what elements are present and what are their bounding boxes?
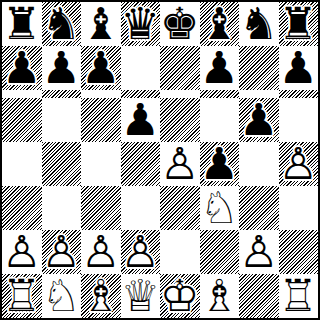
black-pawn: ♟♟ [81,46,121,90]
square-e3[interactable] [160,186,200,230]
black-pawn: ♟♟ [200,142,240,186]
white-rook-glyph: ♖ [2,274,41,318]
white-king: ♚♔ [160,274,200,318]
black-pawn-glyph: ♟ [42,46,81,90]
square-c6[interactable] [81,90,121,98]
square-f7[interactable]: ♟♟ [200,46,240,90]
square-a2[interactable]: ♟♙ [2,230,42,274]
white-bishop-glyph: ♗ [81,274,120,318]
white-pawn-glyph: ♙ [42,230,81,274]
white-rook: ♜♖ [2,274,42,318]
white-queen-glyph: ♕ [121,274,160,318]
white-pawn: ♟♙ [160,142,200,186]
black-bishop: ♝♝ [81,2,121,46]
square-f2[interactable] [200,230,240,274]
square-h4[interactable]: ♟♙ [279,142,319,186]
white-pawn: ♟♙ [279,142,319,186]
square-a5[interactable] [2,98,42,142]
black-pawn-glyph: ♟ [200,142,239,186]
white-bishop-glyph: ♗ [200,274,239,318]
square-h2[interactable] [279,230,319,274]
square-g1[interactable] [239,274,279,318]
white-knight: ♞♘ [200,186,240,230]
black-pawn-glyph: ♟ [239,98,278,142]
white-pawn: ♟♙ [239,230,279,274]
white-pawn: ♟♙ [121,230,161,274]
black-pawn: ♟♟ [200,46,240,90]
square-g2[interactable]: ♟♙ [239,230,279,274]
white-pawn: ♟♙ [42,230,82,274]
square-f8[interactable]: ♝♝ [200,2,240,46]
square-c3[interactable] [81,186,121,230]
square-e5[interactable] [160,98,200,142]
black-pawn-glyph: ♟ [81,46,120,90]
square-c5[interactable] [81,98,121,142]
black-bishop-glyph: ♝ [200,2,239,46]
white-knight-glyph: ♘ [42,274,81,318]
square-b8[interactable]: ♞♞ [42,2,82,46]
white-knight: ♞♘ [42,274,82,318]
square-d5[interactable]: ♟♟ [121,98,161,142]
square-c1[interactable]: ♝♗ [81,274,121,318]
square-d2[interactable]: ♟♙ [121,230,161,274]
square-d4[interactable] [121,142,161,186]
square-e6[interactable] [160,90,200,98]
square-f6[interactable] [200,90,240,98]
black-bishop: ♝♝ [200,2,240,46]
square-h5[interactable] [279,98,319,142]
white-pawn: ♟♙ [81,230,121,274]
square-c8[interactable]: ♝♝ [81,2,121,46]
square-g7[interactable] [239,46,279,90]
square-h1[interactable]: ♜♖ [279,274,319,318]
square-b5[interactable] [42,98,82,142]
black-pawn: ♟♟ [279,46,319,90]
chess-board: ♜♜♞♞♝♝♛♛♚♚♝♝♞♞♜♜♟♟♟♟♟♟♟♟♟♟♟♟♟♟♟♙♟♟♟♙♞♘♟♙… [0,0,320,320]
square-e7[interactable] [160,46,200,90]
square-d7[interactable] [121,46,161,90]
black-pawn-glyph: ♟ [2,46,41,90]
black-queen: ♛♛ [121,2,161,46]
black-pawn: ♟♟ [239,98,279,142]
black-rook: ♜♜ [279,2,319,46]
square-a1[interactable]: ♜♖ [2,274,42,318]
white-pawn-glyph: ♙ [121,230,160,274]
square-h8[interactable]: ♜♜ [279,2,319,46]
white-bishop: ♝♗ [81,274,121,318]
square-a3[interactable] [2,186,42,230]
square-c4[interactable] [81,142,121,186]
square-b1[interactable]: ♞♘ [42,274,82,318]
white-pawn-glyph: ♙ [2,230,41,274]
square-a7[interactable]: ♟♟ [2,46,42,90]
square-g3[interactable] [239,186,279,230]
black-king-glyph: ♚ [160,2,199,46]
square-g4[interactable] [239,142,279,186]
square-f1[interactable]: ♝♗ [200,274,240,318]
white-rook: ♜♖ [279,274,319,318]
black-knight: ♞♞ [42,2,82,46]
white-pawn-glyph: ♙ [279,142,318,186]
square-g5[interactable]: ♟♟ [239,98,279,142]
black-pawn-glyph: ♟ [121,98,160,142]
square-e8[interactable]: ♚♚ [160,2,200,46]
square-d8[interactable]: ♛♛ [121,2,161,46]
black-pawn: ♟♟ [42,46,82,90]
square-d1[interactable]: ♛♕ [121,274,161,318]
square-g8[interactable]: ♞♞ [239,2,279,46]
black-pawn: ♟♟ [121,98,161,142]
black-rook: ♜♜ [2,2,42,46]
black-knight-glyph: ♞ [42,2,81,46]
white-pawn-glyph: ♙ [160,142,199,186]
white-king-glyph: ♔ [160,274,199,318]
square-h7[interactable]: ♟♟ [279,46,319,90]
square-e4[interactable]: ♟♙ [160,142,200,186]
black-pawn-glyph: ♟ [279,46,318,90]
black-pawn-glyph: ♟ [200,46,239,90]
white-queen: ♛♕ [121,274,161,318]
black-pawn: ♟♟ [2,46,42,90]
white-pawn-glyph: ♙ [81,230,120,274]
square-a4[interactable] [2,142,42,186]
black-knight: ♞♞ [239,2,279,46]
square-d3[interactable] [121,186,161,230]
square-c7[interactable]: ♟♟ [81,46,121,90]
black-knight-glyph: ♞ [239,2,278,46]
white-bishop: ♝♗ [200,274,240,318]
square-f5[interactable] [200,98,240,142]
black-rook-glyph: ♜ [279,2,318,46]
square-b4[interactable] [42,142,82,186]
white-pawn: ♟♙ [2,230,42,274]
square-f4[interactable]: ♟♟ [200,142,240,186]
square-e1[interactable]: ♚♔ [160,274,200,318]
black-rook-glyph: ♜ [2,2,41,46]
square-a6[interactable] [2,90,42,98]
white-knight-glyph: ♘ [200,186,239,230]
square-c2[interactable]: ♟♙ [81,230,121,274]
square-h3[interactable] [279,186,319,230]
black-king: ♚♚ [160,2,200,46]
square-a8[interactable]: ♜♜ [2,2,42,46]
black-bishop-glyph: ♝ [81,2,120,46]
square-b3[interactable] [42,186,82,230]
square-e2[interactable] [160,230,200,274]
square-b2[interactable]: ♟♙ [42,230,82,274]
square-h6[interactable] [279,90,319,98]
square-b7[interactable]: ♟♟ [42,46,82,90]
black-queen-glyph: ♛ [121,2,160,46]
square-b6[interactable] [42,90,82,98]
white-pawn-glyph: ♙ [239,230,278,274]
square-f3[interactable]: ♞♘ [200,186,240,230]
white-rook-glyph: ♖ [279,274,318,318]
